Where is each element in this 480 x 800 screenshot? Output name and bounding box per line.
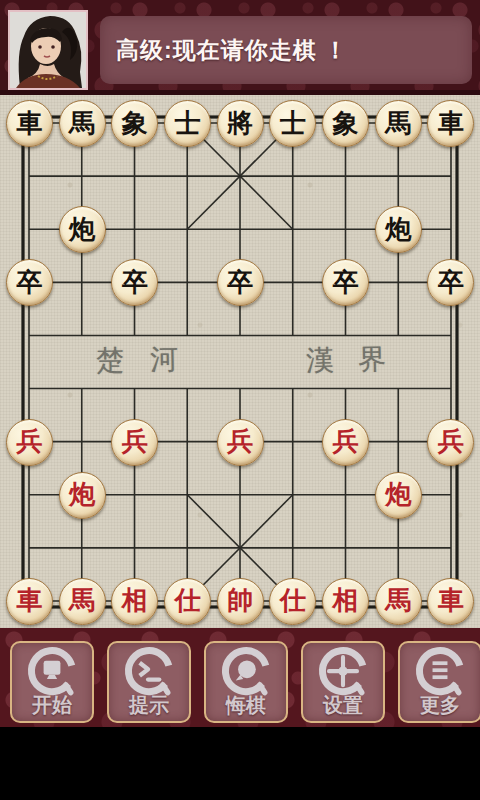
red-piece-仕[interactable]: 仕 <box>161 575 214 628</box>
opponent-avatar <box>8 10 88 90</box>
start-button[interactable]: 开始 <box>10 641 94 723</box>
black-piece-象[interactable]: 象 <box>108 97 161 150</box>
red-piece-兵[interactable]: 兵 <box>214 416 267 469</box>
red-piece-帥[interactable]: 帥 <box>214 575 267 628</box>
red-piece-馬[interactable]: 馬 <box>372 575 425 628</box>
undo-button-label: 悔棋 <box>206 692 286 719</box>
black-piece-卒[interactable]: 卒 <box>214 256 267 309</box>
red-piece-相[interactable]: 相 <box>108 575 161 628</box>
black-piece-卒[interactable]: 卒 <box>425 256 478 309</box>
bottom-toolbar: 开始 提示 悔棋 <box>0 628 480 727</box>
undo-button[interactable]: 悔棋 <box>204 641 288 723</box>
black-piece-卒[interactable]: 卒 <box>108 256 161 309</box>
start-button-label: 开始 <box>12 692 92 719</box>
black-piece-馬[interactable]: 馬 <box>372 97 425 150</box>
black-piece-士[interactable]: 士 <box>266 97 319 150</box>
black-piece-車[interactable]: 車 <box>425 97 478 150</box>
black-piece-炮[interactable]: 炮 <box>372 203 425 256</box>
red-piece-車[interactable]: 車 <box>425 575 478 628</box>
red-piece-兵[interactable]: 兵 <box>425 416 478 469</box>
black-piece-卒[interactable]: 卒 <box>319 256 372 309</box>
status-message-bubble: 高级:现在请你走棋 ！ <box>100 16 472 84</box>
black-piece-象[interactable]: 象 <box>319 97 372 150</box>
black-piece-將[interactable]: 將 <box>214 97 267 150</box>
red-piece-炮[interactable]: 炮 <box>372 469 425 522</box>
xiangqi-board[interactable]: 楚河 漢界 車馬象士將士象馬車炮炮卒卒卒卒卒兵兵兵兵兵炮炮車馬相仕帥仕相馬車 <box>0 95 480 628</box>
black-piece-車[interactable]: 車 <box>3 97 56 150</box>
hint-button[interactable]: 提示 <box>107 641 191 723</box>
red-piece-兵[interactable]: 兵 <box>3 416 56 469</box>
red-piece-炮[interactable]: 炮 <box>56 469 109 522</box>
hint-button-label: 提示 <box>109 692 189 719</box>
red-piece-仕[interactable]: 仕 <box>266 575 319 628</box>
settings-button[interactable]: 设置 <box>301 641 385 723</box>
opponent-portrait-image <box>10 12 86 88</box>
red-piece-馬[interactable]: 馬 <box>56 575 109 628</box>
black-piece-士[interactable]: 士 <box>161 97 214 150</box>
more-button[interactable]: 更多 <box>398 641 480 723</box>
bottom-black-strip <box>0 727 480 800</box>
red-piece-兵[interactable]: 兵 <box>319 416 372 469</box>
status-message-text: 高级:现在请你走棋 ！ <box>116 35 348 66</box>
red-piece-兵[interactable]: 兵 <box>108 416 161 469</box>
xiangqi-app: 高级:现在请你走棋 ！ 楚河 漢界 車馬象士將士象馬車炮炮卒卒卒卒卒兵兵兵兵兵炮… <box>0 0 480 800</box>
more-button-label: 更多 <box>400 692 480 719</box>
red-piece-相[interactable]: 相 <box>319 575 372 628</box>
black-piece-馬[interactable]: 馬 <box>56 97 109 150</box>
header-bar: 高级:现在请你走棋 ！ <box>0 0 480 95</box>
black-piece-卒[interactable]: 卒 <box>3 256 56 309</box>
settings-button-label: 设置 <box>303 692 383 719</box>
piece-grid: 車馬象士將士象馬車炮炮卒卒卒卒卒兵兵兵兵兵炮炮車馬相仕帥仕相馬車 <box>3 97 477 628</box>
black-piece-炮[interactable]: 炮 <box>56 203 109 256</box>
red-piece-車[interactable]: 車 <box>3 575 56 628</box>
